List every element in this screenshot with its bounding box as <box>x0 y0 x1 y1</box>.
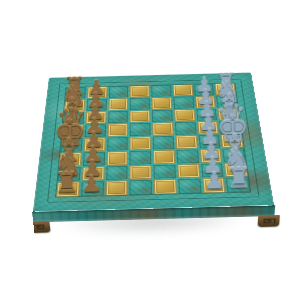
piece-contact-shadow <box>227 167 245 175</box>
piece-contact-shadow <box>229 182 247 190</box>
piece-contact-shadow <box>204 168 221 176</box>
square-g4 <box>130 165 152 179</box>
square-f7: ♟ <box>199 149 222 163</box>
square-g3 <box>106 166 128 180</box>
square-h7: ♟ <box>202 178 226 193</box>
square-f3 <box>106 151 128 165</box>
piece-contact-shadow <box>224 139 241 146</box>
square-h1: ♜ <box>56 182 79 197</box>
piece-contact-shadow <box>226 153 243 160</box>
piece-contact-shadow <box>84 186 101 194</box>
piece-contact-shadow <box>205 183 223 191</box>
square-h5 <box>154 179 177 194</box>
scene-3d: ♜♟♟♜♞♟♟♞♝♟♟♝♛♟♟♛♚♟♟♚♝♟♟♝♞♟♟♞♜♟♟♜ <box>0 0 300 300</box>
piece-contact-shadow <box>84 171 101 179</box>
square-e2: ♟ <box>84 138 106 151</box>
chess-set-product-photo: ♜♟♟♜♞♟♟♞♝♟♟♝♛♟♟♛♚♟♟♚♝♟♟♝♞♟♟♞♜♟♟♜ <box>0 0 300 300</box>
square-h3 <box>105 181 127 196</box>
board-foot-front-left <box>28 221 51 233</box>
greek-key-icon <box>30 223 48 232</box>
board-foot-front-right <box>258 215 280 227</box>
chess-board: ♜♟♟♜♞♟♟♞♝♟♟♝♛♟♟♛♚♟♟♚♝♟♟♝♞♟♟♞♜♟♟♜ <box>33 72 274 211</box>
square-e1: ♚ <box>60 138 82 151</box>
piece-contact-shadow <box>59 187 76 195</box>
square-f2: ♟ <box>83 152 105 166</box>
square-h4 <box>130 180 152 195</box>
piece-contact-shadow <box>201 139 218 146</box>
square-h8: ♜ <box>226 178 250 193</box>
square-g1: ♞ <box>58 167 81 181</box>
square-e7: ♟ <box>198 135 220 148</box>
square-f6 <box>176 149 198 163</box>
square-f1: ♝ <box>59 152 81 166</box>
piece-contact-shadow <box>60 172 77 180</box>
square-h2: ♟ <box>81 181 104 196</box>
piece-contact-shadow <box>86 142 102 149</box>
square-g6 <box>177 164 200 178</box>
square-g8: ♞ <box>224 163 248 177</box>
square-g2: ♟ <box>82 166 104 180</box>
square-g5 <box>153 164 175 178</box>
square-e5 <box>153 136 174 149</box>
greek-key-icon <box>260 217 278 226</box>
piece-contact-shadow <box>63 143 79 150</box>
square-e3 <box>107 137 128 150</box>
square-e6 <box>175 135 197 148</box>
square-g7: ♟ <box>201 163 224 177</box>
square-h6 <box>178 179 201 194</box>
